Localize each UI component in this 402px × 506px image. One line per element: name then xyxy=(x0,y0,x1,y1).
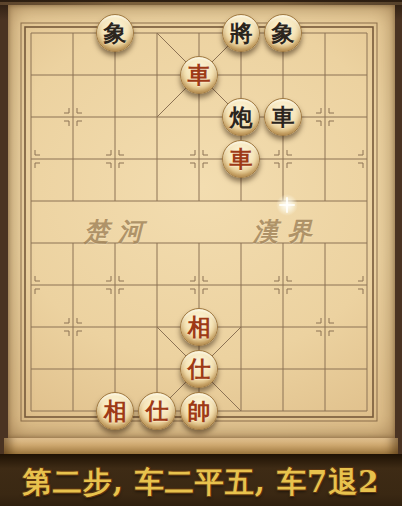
piece-red-chariot[interactable]: 車 xyxy=(222,140,260,178)
piece-glyph: 象 xyxy=(104,21,127,44)
piece-red-chariot[interactable]: 車 xyxy=(180,56,218,94)
piece-red-advisor[interactable]: 仕 xyxy=(138,392,176,430)
piece-glyph: 車 xyxy=(230,147,253,170)
piece-black-elephant[interactable]: 象 xyxy=(264,14,302,52)
caption-bar: 第二步, 车二平五, 车7退2 xyxy=(0,454,402,506)
piece-red-elephant[interactable]: 相 xyxy=(180,308,218,346)
piece-black-chariot[interactable]: 車 xyxy=(264,98,302,136)
piece-glyph: 相 xyxy=(188,315,211,338)
piece-glyph: 炮 xyxy=(230,105,253,128)
piece-red-elephant[interactable]: 相 xyxy=(96,392,134,430)
piece-glyph: 將 xyxy=(230,21,253,44)
board-front-edge xyxy=(4,438,398,454)
piece-red-advisor[interactable]: 仕 xyxy=(180,350,218,388)
piece-black-general[interactable]: 將 xyxy=(222,14,260,52)
river-label-han-jie: 漢界 xyxy=(253,217,321,247)
piece-glyph: 仕 xyxy=(146,399,169,422)
piece-glyph: 車 xyxy=(188,63,211,86)
piece-red-general[interactable]: 帥 xyxy=(180,392,218,430)
river-label-chu-he: 楚河 xyxy=(84,217,152,247)
move-instruction-text: 第二步, 车二平五, 车7退2 xyxy=(0,463,402,503)
sparkle-effect xyxy=(276,194,298,216)
piece-glyph: 仕 xyxy=(188,357,211,380)
piece-glyph: 帥 xyxy=(188,399,211,422)
piece-black-elephant[interactable]: 象 xyxy=(96,14,134,52)
piece-glyph: 象 xyxy=(272,21,295,44)
piece-black-cannon[interactable]: 炮 xyxy=(222,98,260,136)
xiangqi-app: 楚河 漢界 象將象車炮車車相仕相仕帥 第二步, 车二平五, 车7退2 xyxy=(0,0,402,506)
piece-glyph: 相 xyxy=(104,399,127,422)
piece-glyph: 車 xyxy=(272,105,295,128)
